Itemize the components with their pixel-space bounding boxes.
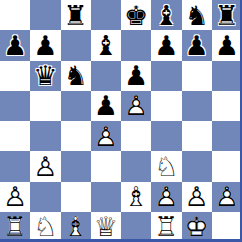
square-d3[interactable] — [91, 151, 121, 181]
white-knight[interactable]: ♞♘ — [151, 151, 181, 181]
square-a1[interactable]: ♜♖ — [0, 212, 30, 242]
square-f1[interactable]: ♜♖ — [151, 212, 181, 242]
white-pawn[interactable]: ♟♙ — [182, 182, 212, 212]
black-pawn[interactable]: ♟ — [182, 30, 212, 60]
white-pawn-outline: ♙ — [121, 91, 151, 121]
white-pawn[interactable]: ♟♙ — [212, 182, 242, 212]
white-king[interactable]: ♚♔ — [182, 212, 212, 242]
square-d1[interactable]: ♛♕ — [91, 212, 121, 242]
white-knight[interactable]: ♞♘ — [30, 212, 60, 242]
black-queen[interactable]: ♛ — [30, 61, 60, 91]
white-bishop-outline: ♗ — [61, 212, 91, 242]
black-pawn[interactable]: ♟ — [121, 61, 151, 91]
white-rook[interactable]: ♜♖ — [0, 212, 30, 242]
square-a8[interactable] — [0, 0, 30, 30]
square-d5[interactable]: ♟ — [91, 91, 121, 121]
square-g1[interactable]: ♚♔ — [182, 212, 212, 242]
white-pawn[interactable]: ♟♙ — [151, 182, 181, 212]
black-bishop[interactable]: ♝ — [91, 30, 121, 60]
white-pawn-outline: ♙ — [151, 182, 181, 212]
white-pawn-outline: ♙ — [182, 182, 212, 212]
square-a7[interactable]: ♟ — [0, 30, 30, 60]
square-e8[interactable]: ♚ — [121, 0, 151, 30]
square-c6[interactable]: ♞ — [61, 61, 91, 91]
square-e3[interactable] — [121, 151, 151, 181]
square-f2[interactable]: ♟♙ — [151, 182, 181, 212]
white-knight-outline: ♘ — [30, 212, 60, 242]
square-h1[interactable] — [212, 212, 242, 242]
square-c5[interactable] — [61, 91, 91, 121]
white-bishop[interactable]: ♝♗ — [61, 212, 91, 242]
square-f4[interactable] — [151, 121, 181, 151]
square-c8[interactable]: ♜ — [61, 0, 91, 30]
square-b8[interactable] — [30, 0, 60, 30]
square-d8[interactable] — [91, 0, 121, 30]
white-rook[interactable]: ♜♖ — [151, 212, 181, 242]
white-knight-outline: ♘ — [151, 151, 181, 181]
board-right-border — [240, 0, 242, 242]
square-b2[interactable] — [30, 182, 60, 212]
black-knight[interactable]: ♞ — [182, 0, 212, 30]
square-d2[interactable] — [91, 182, 121, 212]
square-h4[interactable] — [212, 121, 242, 151]
square-f6[interactable] — [151, 61, 181, 91]
square-a4[interactable] — [0, 121, 30, 151]
square-a5[interactable] — [0, 91, 30, 121]
square-a3[interactable] — [0, 151, 30, 181]
white-bishop[interactable]: ♝♗ — [121, 182, 151, 212]
black-pawn[interactable]: ♟ — [0, 30, 30, 60]
square-g4[interactable] — [182, 121, 212, 151]
square-c2[interactable] — [61, 182, 91, 212]
square-h8[interactable]: ♜ — [212, 0, 242, 30]
square-g3[interactable] — [182, 151, 212, 181]
square-d7[interactable]: ♝ — [91, 30, 121, 60]
white-pawn-outline: ♙ — [30, 151, 60, 181]
square-e1[interactable] — [121, 212, 151, 242]
square-d6[interactable] — [91, 61, 121, 91]
square-h7[interactable]: ♟ — [212, 30, 242, 60]
square-d4[interactable]: ♟♙ — [91, 121, 121, 151]
square-e7[interactable] — [121, 30, 151, 60]
square-f5[interactable] — [151, 91, 181, 121]
white-pawn[interactable]: ♟♙ — [30, 151, 60, 181]
square-c1[interactable]: ♝♗ — [61, 212, 91, 242]
square-g5[interactable] — [182, 91, 212, 121]
black-pawn[interactable]: ♟ — [151, 30, 181, 60]
black-pawn[interactable]: ♟ — [30, 30, 60, 60]
black-rook[interactable]: ♜ — [212, 0, 242, 30]
white-pawn[interactable]: ♟♙ — [0, 182, 30, 212]
white-pawn[interactable]: ♟♙ — [121, 91, 151, 121]
square-f8[interactable]: ♝ — [151, 0, 181, 30]
white-queen[interactable]: ♛♕ — [91, 212, 121, 242]
square-h3[interactable] — [212, 151, 242, 181]
square-e6[interactable]: ♟ — [121, 61, 151, 91]
square-b7[interactable]: ♟ — [30, 30, 60, 60]
square-h5[interactable] — [212, 91, 242, 121]
white-bishop-outline: ♗ — [121, 182, 151, 212]
square-g2[interactable]: ♟♙ — [182, 182, 212, 212]
square-b4[interactable] — [30, 121, 60, 151]
square-g7[interactable]: ♟ — [182, 30, 212, 60]
chess-board: ♜♚♝♞♜♟♟♝♟♟♟♛♞♟♟♟♙♟♙♟♙♞♘♟♙♝♗♟♙♟♙♟♙♜♖♞♘♝♗♛… — [0, 0, 242, 242]
square-g8[interactable]: ♞ — [182, 0, 212, 30]
square-a6[interactable] — [0, 61, 30, 91]
white-rook-outline: ♖ — [0, 212, 30, 242]
square-c4[interactable] — [61, 121, 91, 151]
white-pawn-outline: ♙ — [0, 182, 30, 212]
square-h6[interactable] — [212, 61, 242, 91]
square-e4[interactable] — [121, 121, 151, 151]
black-bishop[interactable]: ♝ — [151, 0, 181, 30]
square-f3[interactable]: ♞♘ — [151, 151, 181, 181]
square-a2[interactable]: ♟♙ — [0, 182, 30, 212]
square-e2[interactable]: ♝♗ — [121, 182, 151, 212]
black-king[interactable]: ♚ — [121, 0, 151, 30]
white-king-outline: ♔ — [182, 212, 212, 242]
square-b3[interactable]: ♟♙ — [30, 151, 60, 181]
white-pawn-outline: ♙ — [91, 121, 121, 151]
white-pawn-outline: ♙ — [212, 182, 242, 212]
square-h2[interactable]: ♟♙ — [212, 182, 242, 212]
square-b6[interactable]: ♛ — [30, 61, 60, 91]
black-pawn[interactable]: ♟ — [91, 91, 121, 121]
black-pawn[interactable]: ♟ — [212, 30, 242, 60]
white-queen-outline: ♕ — [91, 212, 121, 242]
black-knight[interactable]: ♞ — [61, 61, 91, 91]
white-rook-outline: ♖ — [151, 212, 181, 242]
white-pawn[interactable]: ♟♙ — [91, 121, 121, 151]
black-rook[interactable]: ♜ — [61, 0, 91, 30]
square-b5[interactable] — [30, 91, 60, 121]
square-b1[interactable]: ♞♘ — [30, 212, 60, 242]
square-f7[interactable]: ♟ — [151, 30, 181, 60]
square-c7[interactable] — [61, 30, 91, 60]
chess-board-panel: ♜♚♝♞♜♟♟♝♟♟♟♛♞♟♟♟♙♟♙♟♙♞♘♟♙♝♗♟♙♟♙♟♙♜♖♞♘♝♗♛… — [0, 0, 242, 242]
square-g6[interactable] — [182, 61, 212, 91]
square-e5[interactable]: ♟♙ — [121, 91, 151, 121]
square-c3[interactable] — [61, 151, 91, 181]
